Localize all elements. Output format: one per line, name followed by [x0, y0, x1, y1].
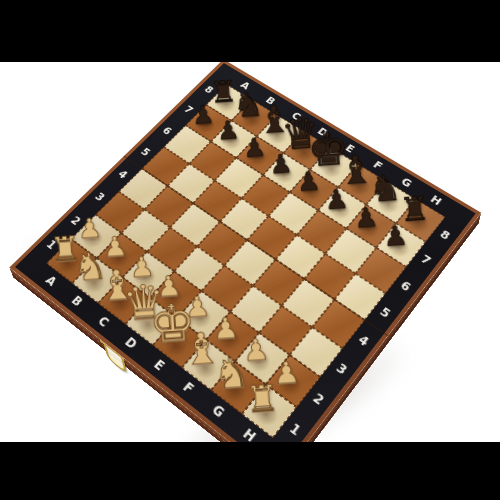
white-rook-h1[interactable]: ♜ [236, 379, 288, 419]
letterbox-bar-top [0, 0, 500, 62]
product-photo: 87654321 87654321 ABCDEFGH ABCDEFGH ♜♞♝♛… [0, 0, 500, 500]
perspective-wrapper: 87654321 87654321 ABCDEFGH ABCDEFGH ♜♞♝♛… [68, 61, 427, 420]
black-pawn-h7[interactable]: ♟ [372, 221, 418, 251]
letterbox-bar-bottom [0, 442, 500, 500]
chess-board: 87654321 87654321 ABCDEFGH ABCDEFGH ♜♞♝♛… [9, 59, 481, 480]
board-grid: ♜♞♝♛♚♝♞♜♟♟♟♟♟♟♟♟♟♟♟♟♟♟♟♟♜♞♝♛♚♝♞♜ [46, 84, 445, 438]
chess-set: 87654321 87654321 ABCDEFGH ABCDEFGH ♜♞♝♛… [68, 61, 427, 420]
